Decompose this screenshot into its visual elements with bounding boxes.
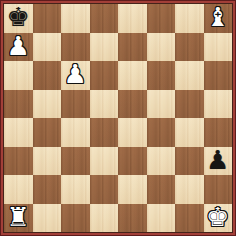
square-b4[interactable] xyxy=(33,118,62,147)
black-pawn[interactable]: ♟ xyxy=(206,147,229,173)
square-f2[interactable] xyxy=(147,175,176,204)
square-g2[interactable] xyxy=(175,175,204,204)
square-c1[interactable] xyxy=(61,204,90,233)
white-king[interactable]: ♚ xyxy=(206,204,229,230)
square-h8[interactable]: ♝ xyxy=(204,4,233,33)
white-bishop[interactable]: ♝ xyxy=(206,4,229,30)
black-king[interactable]: ♚ xyxy=(7,4,30,30)
square-e6[interactable] xyxy=(118,61,147,90)
square-g8[interactable] xyxy=(175,4,204,33)
square-h4[interactable] xyxy=(204,118,233,147)
square-d8[interactable] xyxy=(90,4,119,33)
square-c8[interactable] xyxy=(61,4,90,33)
square-e4[interactable] xyxy=(118,118,147,147)
square-g1[interactable] xyxy=(175,204,204,233)
square-c5[interactable] xyxy=(61,90,90,119)
white-rook[interactable]: ♜ xyxy=(7,204,30,230)
square-c6[interactable]: ♟ xyxy=(61,61,90,90)
square-g4[interactable] xyxy=(175,118,204,147)
white-pawn[interactable]: ♟ xyxy=(7,33,30,59)
square-a4[interactable] xyxy=(4,118,33,147)
square-a1[interactable]: ♜ xyxy=(4,204,33,233)
square-d4[interactable] xyxy=(90,118,119,147)
square-h2[interactable] xyxy=(204,175,233,204)
square-d6[interactable] xyxy=(90,61,119,90)
square-b1[interactable] xyxy=(33,204,62,233)
square-f3[interactable] xyxy=(147,147,176,176)
square-e7[interactable] xyxy=(118,33,147,62)
square-a5[interactable] xyxy=(4,90,33,119)
square-g5[interactable] xyxy=(175,90,204,119)
square-d7[interactable] xyxy=(90,33,119,62)
square-h3[interactable]: ♟ xyxy=(204,147,233,176)
square-h6[interactable] xyxy=(204,61,233,90)
square-e2[interactable] xyxy=(118,175,147,204)
square-a3[interactable] xyxy=(4,147,33,176)
square-b8[interactable] xyxy=(33,4,62,33)
square-f5[interactable] xyxy=(147,90,176,119)
square-b6[interactable] xyxy=(33,61,62,90)
square-b2[interactable] xyxy=(33,175,62,204)
square-a7[interactable]: ♟ xyxy=(4,33,33,62)
square-f7[interactable] xyxy=(147,33,176,62)
square-e5[interactable] xyxy=(118,90,147,119)
square-c7[interactable] xyxy=(61,33,90,62)
square-e8[interactable] xyxy=(118,4,147,33)
square-f6[interactable] xyxy=(147,61,176,90)
square-d5[interactable] xyxy=(90,90,119,119)
square-h1[interactable]: ♚ xyxy=(204,204,233,233)
white-pawn[interactable]: ♟ xyxy=(64,61,87,87)
square-f8[interactable] xyxy=(147,4,176,33)
square-c4[interactable] xyxy=(61,118,90,147)
square-e3[interactable] xyxy=(118,147,147,176)
square-h5[interactable] xyxy=(204,90,233,119)
board-frame: ♚♝♟♟♟♜♚ xyxy=(0,0,236,236)
square-d2[interactable] xyxy=(90,175,119,204)
square-b7[interactable] xyxy=(33,33,62,62)
square-g3[interactable] xyxy=(175,147,204,176)
square-a6[interactable] xyxy=(4,61,33,90)
square-f4[interactable] xyxy=(147,118,176,147)
square-c2[interactable] xyxy=(61,175,90,204)
square-a2[interactable] xyxy=(4,175,33,204)
square-g6[interactable] xyxy=(175,61,204,90)
square-h7[interactable] xyxy=(204,33,233,62)
square-e1[interactable] xyxy=(118,204,147,233)
square-d1[interactable] xyxy=(90,204,119,233)
square-c3[interactable] xyxy=(61,147,90,176)
chess-board: ♚♝♟♟♟♜♚ xyxy=(3,3,233,233)
square-f1[interactable] xyxy=(147,204,176,233)
square-a8[interactable]: ♚ xyxy=(4,4,33,33)
square-b5[interactable] xyxy=(33,90,62,119)
square-g7[interactable] xyxy=(175,33,204,62)
square-b3[interactable] xyxy=(33,147,62,176)
square-d3[interactable] xyxy=(90,147,119,176)
